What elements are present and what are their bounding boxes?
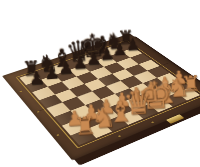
piece-black-pawn-d7: ♟ <box>71 54 88 72</box>
pieces-layer: ♜♞♝♛♚♝♞♜♟♟♟♟♟♟♟♟♟♟♟♟♟♟♟♟♜♞♝♛♚♝♞♜ <box>19 42 200 146</box>
brass-pin-icon <box>118 135 121 137</box>
chess-board: ♜♞♝♛♚♝♞♜♟♟♟♟♟♟♟♟♟♟♟♟♟♟♟♟♜♞♝♛♚♝♞♜ <box>2 34 200 161</box>
chess-set-scene: ♜♞♝♛♚♝♞♜♟♟♟♟♟♟♟♟♟♟♟♟♟♟♟♟♜♞♝♛♚♝♞♜ <box>0 0 200 167</box>
brass-pin-icon <box>151 121 154 123</box>
board-top-face: ♜♞♝♛♚♝♞♜♟♟♟♟♟♟♟♟♟♟♟♟♟♟♟♟♜♞♝♛♚♝♞♜ <box>2 34 200 161</box>
piece-white-rook-a1: ♜ <box>74 114 95 139</box>
piece-black-pawn-b7: ♟ <box>43 64 60 83</box>
brass-pin-icon <box>56 134 59 136</box>
chess-set-photo: ♜♞♝♛♚♝♞♜♟♟♟♟♟♟♟♟♟♟♟♟♟♟♟♟♜♞♝♛♚♝♞♜ <box>0 0 200 167</box>
brass-pin-icon <box>37 111 40 113</box>
piece-black-pawn-a7: ♟ <box>28 69 46 88</box>
